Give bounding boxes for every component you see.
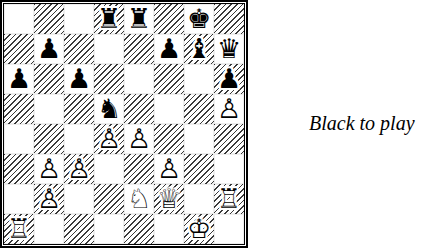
square-b1	[34, 214, 64, 244]
square-g4	[184, 124, 214, 154]
square-c6: ♟	[64, 64, 94, 94]
square-g2	[184, 184, 214, 214]
square-c5	[64, 94, 94, 124]
square-b8	[34, 4, 64, 34]
square-a7	[4, 34, 34, 64]
white-knight-e2: ♘	[127, 184, 151, 214]
square-c3: ♙	[64, 154, 94, 184]
square-e2: ♘	[124, 184, 154, 214]
white-pawn-h5: ♙	[217, 94, 241, 124]
black-pawn-a6: ♟	[7, 64, 31, 94]
square-a6: ♟	[4, 64, 34, 94]
square-b2: ♙	[34, 184, 64, 214]
square-g7: ♝	[184, 34, 214, 64]
black-pawn-h6: ♟	[217, 64, 241, 94]
black-pawn-b7: ♟	[37, 34, 61, 64]
square-f6	[154, 64, 184, 94]
chessboard-grid: ♜♜♚♟♟♝♛♟♟♟♞♙♙♙♙♙♙♙♘♕♖♖♔	[3, 3, 245, 245]
square-e6	[124, 64, 154, 94]
square-a2	[4, 184, 34, 214]
square-a3	[4, 154, 34, 184]
square-e7	[124, 34, 154, 64]
square-f8	[154, 4, 184, 34]
white-king-g1: ♔	[187, 214, 211, 244]
black-bishop-g7: ♝	[187, 34, 211, 64]
square-d2	[94, 184, 124, 214]
square-f3: ♙	[154, 154, 184, 184]
black-knight-d5: ♞	[97, 94, 121, 124]
white-rook-h2: ♖	[217, 184, 241, 214]
white-pawn-f3: ♙	[157, 154, 181, 184]
square-f1	[154, 214, 184, 244]
square-g5	[184, 94, 214, 124]
square-a8	[4, 4, 34, 34]
square-h6: ♟	[214, 64, 244, 94]
square-c2	[64, 184, 94, 214]
square-g8: ♚	[184, 4, 214, 34]
square-h5: ♙	[214, 94, 244, 124]
black-pawn-f7: ♟	[157, 34, 181, 64]
square-d3	[94, 154, 124, 184]
chessboard: ♜♜♚♟♟♝♛♟♟♟♞♙♙♙♙♙♙♙♘♕♖♖♔	[0, 0, 248, 248]
square-c8	[64, 4, 94, 34]
square-b7: ♟	[34, 34, 64, 64]
square-d4: ♙	[94, 124, 124, 154]
square-a5	[4, 94, 34, 124]
square-h3	[214, 154, 244, 184]
square-b5	[34, 94, 64, 124]
caption-black-to-play: Black to play	[309, 112, 415, 135]
square-c7	[64, 34, 94, 64]
square-e8: ♜	[124, 4, 154, 34]
square-h4	[214, 124, 244, 154]
square-b3: ♙	[34, 154, 64, 184]
square-h2: ♖	[214, 184, 244, 214]
white-pawn-e4: ♙	[127, 124, 151, 154]
white-pawn-c3: ♙	[67, 154, 91, 184]
square-d1	[94, 214, 124, 244]
black-queen-h7: ♛	[217, 34, 241, 64]
square-h1	[214, 214, 244, 244]
black-king-g8: ♚	[187, 4, 211, 34]
square-f4	[154, 124, 184, 154]
square-e4: ♙	[124, 124, 154, 154]
square-d6	[94, 64, 124, 94]
square-e1	[124, 214, 154, 244]
white-pawn-b2: ♙	[37, 184, 61, 214]
square-c1	[64, 214, 94, 244]
black-pawn-c6: ♟	[67, 64, 91, 94]
square-c4	[64, 124, 94, 154]
square-f5	[154, 94, 184, 124]
square-d8: ♜	[94, 4, 124, 34]
square-g6	[184, 64, 214, 94]
square-a4	[4, 124, 34, 154]
white-pawn-b3: ♙	[37, 154, 61, 184]
square-h8	[214, 4, 244, 34]
square-h7: ♛	[214, 34, 244, 64]
square-a1: ♖	[4, 214, 34, 244]
white-pawn-d4: ♙	[97, 124, 121, 154]
square-f7: ♟	[154, 34, 184, 64]
square-g3	[184, 154, 214, 184]
white-rook-a1: ♖	[7, 214, 31, 244]
square-g1: ♔	[184, 214, 214, 244]
square-b6	[34, 64, 64, 94]
square-e3	[124, 154, 154, 184]
square-e5	[124, 94, 154, 124]
page: ♜♜♚♟♟♝♛♟♟♟♞♙♙♙♙♙♙♙♘♕♖♖♔ Black to play	[0, 0, 435, 248]
black-rook-d8: ♜	[97, 4, 121, 34]
square-f2: ♕	[154, 184, 184, 214]
square-b4	[34, 124, 64, 154]
white-queen-f2: ♕	[157, 184, 181, 214]
black-rook-e8: ♜	[127, 4, 151, 34]
square-d7	[94, 34, 124, 64]
square-d5: ♞	[94, 94, 124, 124]
